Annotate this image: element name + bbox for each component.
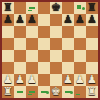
square-f7[interactable]: ♟ bbox=[62, 14, 74, 26]
square-e4[interactable] bbox=[50, 50, 62, 62]
square-h7[interactable]: ♟ bbox=[86, 14, 98, 26]
piece-black-pawn[interactable]: ♟ bbox=[75, 14, 85, 26]
square-h6[interactable] bbox=[86, 26, 98, 38]
castling-hint-dash bbox=[29, 91, 35, 93]
square-f5[interactable] bbox=[62, 38, 74, 50]
piece-black-pawn[interactable]: ♟ bbox=[3, 14, 13, 26]
square-d4[interactable] bbox=[38, 50, 50, 62]
square-d8[interactable] bbox=[38, 2, 50, 14]
castling-hint-dash bbox=[29, 7, 35, 9]
square-h5[interactable] bbox=[86, 38, 98, 50]
square-c2[interactable]: ♟ bbox=[26, 74, 38, 86]
square-d2[interactable] bbox=[38, 74, 50, 86]
square-e5[interactable] bbox=[50, 38, 62, 50]
piece-black-pawn[interactable]: ♟ bbox=[27, 14, 37, 26]
square-a6[interactable] bbox=[2, 26, 14, 38]
square-d1[interactable] bbox=[38, 86, 50, 98]
square-g4[interactable] bbox=[74, 50, 86, 62]
square-g5[interactable] bbox=[74, 38, 86, 50]
square-c1[interactable] bbox=[26, 86, 38, 98]
piece-white-pawn[interactable]: ♟ bbox=[27, 74, 37, 86]
square-a4[interactable] bbox=[2, 50, 14, 62]
square-e7[interactable] bbox=[50, 14, 62, 26]
square-b4[interactable] bbox=[14, 50, 26, 62]
square-g1[interactable] bbox=[74, 86, 86, 98]
piece-white-pawn[interactable]: ♟ bbox=[63, 74, 73, 86]
piece-black-pawn[interactable]: ♟ bbox=[87, 14, 97, 26]
square-d7[interactable] bbox=[38, 14, 50, 26]
piece-white-pawn[interactable]: ♟ bbox=[15, 74, 25, 86]
castling-hint-dot bbox=[46, 91, 49, 94]
square-c5[interactable] bbox=[26, 38, 38, 50]
piece-white-rook[interactable]: ♜ bbox=[87, 86, 97, 98]
square-c4[interactable] bbox=[26, 50, 38, 62]
square-b5[interactable] bbox=[14, 38, 26, 50]
square-e6[interactable] bbox=[50, 26, 62, 38]
square-c7[interactable]: ♟ bbox=[26, 14, 38, 26]
castling-hint-dot bbox=[70, 91, 73, 94]
chess-board-frame: ♜♚♜♟♟♟♟♟♟♟♟♟♟♟♟♜♚♜ bbox=[0, 0, 100, 100]
castling-hint-dot bbox=[82, 7, 85, 10]
piece-black-pawn[interactable]: ♟ bbox=[15, 14, 25, 26]
castling-hint-dash2 bbox=[76, 94, 80, 95]
piece-black-king[interactable]: ♚ bbox=[51, 2, 61, 14]
square-c6[interactable] bbox=[26, 26, 38, 38]
square-b2[interactable]: ♟ bbox=[14, 74, 26, 86]
square-d6[interactable] bbox=[38, 26, 50, 38]
square-a5[interactable] bbox=[2, 38, 14, 50]
square-d3[interactable] bbox=[38, 62, 50, 74]
castling-hint-dash2 bbox=[28, 94, 32, 95]
square-h4[interactable] bbox=[86, 50, 98, 62]
castling-hint-square bbox=[77, 5, 81, 9]
square-a7[interactable]: ♟ bbox=[2, 14, 14, 26]
chess-board: ♜♚♜♟♟♟♟♟♟♟♟♟♟♟♟♜♚♜ bbox=[2, 2, 98, 98]
square-e3[interactable] bbox=[50, 62, 62, 74]
square-g2[interactable]: ♟ bbox=[74, 74, 86, 86]
square-b7[interactable]: ♟ bbox=[14, 14, 26, 26]
square-f4[interactable] bbox=[62, 50, 74, 62]
square-f1[interactable] bbox=[62, 86, 74, 98]
piece-white-pawn[interactable]: ♟ bbox=[75, 74, 85, 86]
square-e1[interactable]: ♚ bbox=[50, 86, 62, 98]
castling-hint-dash2 bbox=[28, 10, 32, 11]
piece-black-pawn[interactable]: ♟ bbox=[63, 14, 73, 26]
square-f6[interactable] bbox=[62, 26, 74, 38]
square-e8[interactable]: ♚ bbox=[50, 2, 62, 14]
square-b6[interactable] bbox=[14, 26, 26, 38]
piece-white-king[interactable]: ♚ bbox=[51, 86, 61, 98]
square-a1[interactable]: ♜ bbox=[2, 86, 14, 98]
square-g7[interactable]: ♟ bbox=[74, 14, 86, 26]
square-b1[interactable] bbox=[14, 86, 26, 98]
square-f2[interactable]: ♟ bbox=[62, 74, 74, 86]
square-g6[interactable] bbox=[74, 26, 86, 38]
square-d5[interactable] bbox=[38, 38, 50, 50]
castling-hint-dash bbox=[17, 91, 23, 93]
square-h1[interactable]: ♜ bbox=[86, 86, 98, 98]
piece-white-rook[interactable]: ♜ bbox=[3, 86, 13, 98]
